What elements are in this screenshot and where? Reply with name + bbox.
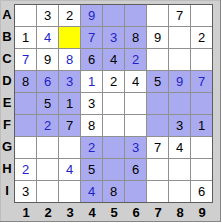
cell-I5[interactable]: 8: [103, 181, 124, 202]
cell-F1[interactable]: [15, 115, 36, 136]
cell-F5[interactable]: [103, 115, 124, 136]
cell-C9[interactable]: [191, 49, 212, 70]
cell-B9[interactable]: 2: [191, 27, 212, 48]
cell-B3[interactable]: [59, 27, 80, 48]
cell-E4[interactable]: 3: [81, 93, 102, 114]
cell-F9[interactable]: 1: [191, 115, 212, 136]
cell-D3[interactable]: 3: [59, 71, 80, 92]
cell-G6[interactable]: 3: [125, 137, 146, 158]
cell-G3[interactable]: [59, 137, 80, 158]
cell-H1[interactable]: 2: [15, 159, 36, 180]
cell-H4[interactable]: 5: [81, 159, 102, 180]
cell-B2[interactable]: 4: [37, 27, 58, 48]
cell-F8[interactable]: 3: [169, 115, 190, 136]
cell-I6[interactable]: [125, 181, 146, 202]
cell-E8[interactable]: [169, 93, 190, 114]
cell-G4[interactable]: 2: [81, 137, 102, 158]
cell-I2[interactable]: [37, 181, 58, 202]
cell-F4[interactable]: 8: [81, 115, 102, 136]
col-label-2: 2: [37, 204, 59, 222]
sudoku-board-cells: 3297147389279864286312459751327831237424…: [14, 4, 213, 203]
cell-B7[interactable]: 9: [147, 27, 168, 48]
cell-E9[interactable]: [191, 93, 212, 114]
cell-B5[interactable]: 3: [103, 27, 124, 48]
cell-D2[interactable]: 6: [37, 71, 58, 92]
cell-E5[interactable]: [103, 93, 124, 114]
cell-C7[interactable]: [147, 49, 168, 70]
row-label-F: F: [0, 114, 14, 136]
cell-F6[interactable]: [125, 115, 146, 136]
col-label-4: 4: [81, 204, 103, 222]
row-label-G: G: [0, 136, 14, 158]
row-label-B: B: [0, 26, 14, 48]
cell-D6[interactable]: 4: [125, 71, 146, 92]
cell-H3[interactable]: 4: [59, 159, 80, 180]
cell-I3[interactable]: [59, 181, 80, 202]
cell-A9[interactable]: [191, 5, 212, 26]
cell-B6[interactable]: 8: [125, 27, 146, 48]
cell-C8[interactable]: [169, 49, 190, 70]
cell-I9[interactable]: 6: [191, 181, 212, 202]
cell-G8[interactable]: 4: [169, 137, 190, 158]
cell-H8[interactable]: [169, 159, 190, 180]
cell-D7[interactable]: 5: [147, 71, 168, 92]
row-label-D: D: [0, 70, 14, 92]
col-labels: 123456789: [15, 204, 222, 222]
cell-B4[interactable]: 7: [81, 27, 102, 48]
col-label-7: 7: [147, 204, 169, 222]
cell-B8[interactable]: [169, 27, 190, 48]
row-labels: ABCDEFGHI: [0, 4, 14, 203]
row-label-H: H: [0, 158, 14, 180]
cell-H6[interactable]: 6: [125, 159, 146, 180]
cell-E2[interactable]: 5: [37, 93, 58, 114]
cell-C4[interactable]: 6: [81, 49, 102, 70]
cell-D5[interactable]: 2: [103, 71, 124, 92]
cell-A7[interactable]: [147, 5, 168, 26]
cell-D4[interactable]: 1: [81, 71, 102, 92]
cell-G2[interactable]: [37, 137, 58, 158]
sudoku-board: ABCDEFGHI 329714738927986428631245975132…: [0, 0, 222, 203]
cell-A2[interactable]: 3: [37, 5, 58, 26]
col-label-3: 3: [59, 204, 81, 222]
cell-C6[interactable]: 2: [125, 49, 146, 70]
cell-I4[interactable]: 4: [81, 181, 102, 202]
cell-I7[interactable]: [147, 181, 168, 202]
cell-G7[interactable]: 7: [147, 137, 168, 158]
cell-A5[interactable]: [103, 5, 124, 26]
cell-A4[interactable]: 9: [81, 5, 102, 26]
cell-E7[interactable]: [147, 93, 168, 114]
cell-G9[interactable]: [191, 137, 212, 158]
cell-H9[interactable]: [191, 159, 212, 180]
cell-C5[interactable]: 4: [103, 49, 124, 70]
cell-H2[interactable]: [37, 159, 58, 180]
cell-B1[interactable]: 1: [15, 27, 36, 48]
col-label-5: 5: [103, 204, 125, 222]
cell-G5[interactable]: [103, 137, 124, 158]
cell-I1[interactable]: 3: [15, 181, 36, 202]
cell-A6[interactable]: [125, 5, 146, 26]
cell-A3[interactable]: 2: [59, 5, 80, 26]
cell-D9[interactable]: 7: [191, 71, 212, 92]
cell-D1[interactable]: 8: [15, 71, 36, 92]
cell-E1[interactable]: [15, 93, 36, 114]
cell-E6[interactable]: [125, 93, 146, 114]
row-label-A: A: [0, 4, 14, 26]
cell-E3[interactable]: 1: [59, 93, 80, 114]
cell-I8[interactable]: [169, 181, 190, 202]
cell-D8[interactable]: 9: [169, 71, 190, 92]
col-label-9: 9: [191, 204, 213, 222]
cell-F3[interactable]: 7: [59, 115, 80, 136]
cell-H7[interactable]: [147, 159, 168, 180]
col-label-8: 8: [169, 204, 191, 222]
cell-G1[interactable]: [15, 137, 36, 158]
cell-F2[interactable]: 2: [37, 115, 58, 136]
sudoku-panel: ABCDEFGHI 329714738927986428631245975132…: [0, 0, 222, 223]
cell-H5[interactable]: [103, 159, 124, 180]
row-label-C: C: [0, 48, 14, 70]
cell-A8[interactable]: 7: [169, 5, 190, 26]
cell-C1[interactable]: 7: [15, 49, 36, 70]
cell-C3[interactable]: 8: [59, 49, 80, 70]
row-label-I: I: [0, 180, 14, 202]
cell-C2[interactable]: 9: [37, 49, 58, 70]
cell-F7[interactable]: [147, 115, 168, 136]
col-label-1: 1: [15, 204, 37, 222]
cell-A1[interactable]: [15, 5, 36, 26]
col-label-6: 6: [125, 204, 147, 222]
row-label-E: E: [0, 92, 14, 114]
